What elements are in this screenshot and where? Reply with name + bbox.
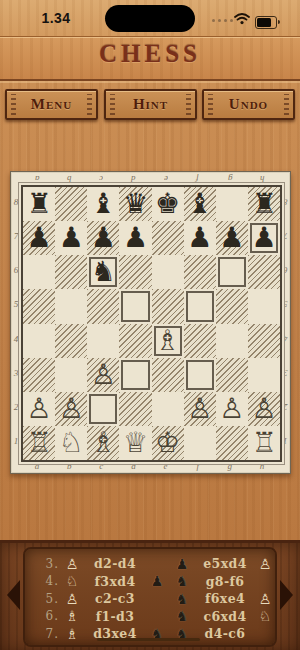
square-b6[interactable]: [55, 255, 87, 289]
square-g7[interactable]: ♟: [216, 221, 248, 255]
hint-button[interactable]: Hint: [104, 89, 197, 120]
square-d1[interactable]: ♕: [119, 426, 151, 460]
square-h2[interactable]: ♙: [248, 392, 280, 426]
move-list-panel: 3.♙d2-d4♟e5xd4♙4.♘f3xd4♟♞g8-f65.♙c2-c3♞f…: [23, 547, 277, 647]
white-move-piece-icon: ♗: [59, 609, 85, 623]
coord-label: 5: [11, 287, 21, 321]
square-d6[interactable]: [119, 255, 151, 289]
square-h6[interactable]: [248, 255, 280, 289]
rank-labels-left: 87654321: [11, 185, 21, 458]
square-f7[interactable]: ♟: [184, 221, 216, 255]
black-move-piece-icon: ♞: [169, 574, 195, 588]
square-b7[interactable]: ♟: [55, 221, 87, 255]
coord-label: a: [21, 173, 53, 185]
black-pawn-piece: ♟: [216, 221, 248, 255]
chess-app-screen: 1.34 CHESS Menu Hint Undo abcdefgh abcde…: [0, 0, 300, 650]
white-move-piece-icon: ♙: [59, 592, 85, 606]
black-rook-piece: ♜: [23, 187, 55, 221]
black-rook-piece: ♜: [248, 187, 280, 221]
coord-label: h: [246, 173, 278, 185]
app-title: CHESS: [0, 40, 300, 68]
white-move-text: c2-c3: [85, 591, 145, 606]
square-a4[interactable]: [23, 324, 55, 358]
white-bishop-piece: ♗: [152, 324, 184, 358]
black-move-piece-icon: ♟: [169, 557, 195, 571]
move-number: 3.: [25, 557, 59, 571]
white-queen-piece: ♕: [119, 426, 151, 460]
square-d2[interactable]: [119, 392, 151, 426]
black-pawn-piece: ♟: [23, 221, 55, 255]
move-number: 7.: [25, 627, 59, 641]
square-c1[interactable]: ♗: [87, 426, 119, 460]
white-pawn-piece: ♙: [216, 392, 248, 426]
square-b4[interactable]: [55, 324, 87, 358]
square-f1[interactable]: [184, 426, 216, 460]
move-list-scrollbar[interactable]: [97, 638, 200, 641]
square-e1[interactable]: ♔: [152, 426, 184, 460]
black-pawn-piece: ♟: [87, 221, 119, 255]
black-knight-piece: ♞: [87, 255, 119, 289]
coord-label: 7: [11, 219, 21, 253]
coord-label: g: [214, 173, 246, 185]
square-d8[interactable]: ♛: [119, 187, 151, 221]
square-g8[interactable]: [216, 187, 248, 221]
move-row-5[interactable]: 5.♙c2-c3♞f6xe4♙: [25, 590, 275, 608]
square-g2[interactable]: ♙: [216, 392, 248, 426]
move-row-6[interactable]: 6.♗f1-d3♞c6xd4♘: [25, 608, 275, 626]
square-b8[interactable]: [55, 187, 87, 221]
captured-by-black-icon: ♙: [255, 557, 275, 571]
move-number: 6.: [25, 609, 59, 623]
clock-time: 1.34: [34, 10, 78, 26]
captured-by-black-icon: ♘: [255, 609, 275, 623]
white-move-text: f1-d3: [85, 609, 145, 624]
move-row-3[interactable]: 3.♙d2-d4♟e5xd4♙: [25, 555, 275, 573]
square-a1[interactable]: ♖: [23, 426, 55, 460]
black-bishop-piece: ♝: [87, 187, 119, 221]
square-g1[interactable]: [216, 426, 248, 460]
black-pawn-piece: ♟: [184, 221, 216, 255]
square-d3[interactable]: [119, 358, 151, 392]
coord-label: 4: [11, 322, 21, 356]
coord-label: 6: [11, 253, 21, 287]
square-d7[interactable]: ♟: [119, 221, 151, 255]
square-g3[interactable]: [216, 358, 248, 392]
square-h1[interactable]: ♖: [248, 426, 280, 460]
square-h7[interactable]: ♟: [248, 221, 280, 255]
white-king-piece: ♔: [152, 426, 184, 460]
status-bar: 1.34: [0, 0, 300, 36]
white-move-piece-icon: ♗: [59, 627, 85, 641]
square-b1[interactable]: ♘: [55, 426, 87, 460]
white-move-piece-icon: ♙: [59, 557, 85, 571]
white-pawn-piece: ♙: [87, 358, 119, 392]
square-a3[interactable]: [23, 358, 55, 392]
square-e5[interactable]: [152, 289, 184, 323]
white-pawn-piece: ♙: [184, 392, 216, 426]
black-move-text: d4-c6: [195, 626, 255, 641]
square-h4[interactable]: [248, 324, 280, 358]
black-move-text: c6xd4: [195, 609, 255, 624]
black-move-text: g8-f6: [195, 574, 255, 589]
square-f8[interactable]: ♝: [184, 187, 216, 221]
black-king-piece: ♚: [152, 187, 184, 221]
cellular-signal-icon: [212, 19, 233, 22]
battery-icon: [255, 16, 277, 29]
square-d4[interactable]: [119, 324, 151, 358]
square-f4[interactable]: [184, 324, 216, 358]
square-c8[interactable]: ♝: [87, 187, 119, 221]
white-pawn-piece: ♙: [23, 392, 55, 426]
coord-label: 1: [11, 424, 21, 458]
coord-label: c: [85, 173, 117, 185]
black-pawn-piece: ♟: [55, 221, 87, 255]
coord-label: 3: [11, 356, 21, 390]
white-bishop-piece: ♗: [87, 426, 119, 460]
move-list-section: 3.♙d2-d4♟e5xd4♙4.♘f3xd4♟♞g8-f65.♙c2-c3♞f…: [0, 540, 300, 650]
menu-button[interactable]: Menu: [5, 89, 98, 120]
square-a8[interactable]: ♜: [23, 187, 55, 221]
square-c6[interactable]: ♞: [87, 255, 119, 289]
black-pawn-piece: ♟: [119, 221, 151, 255]
square-h5[interactable]: [248, 289, 280, 323]
square-b2[interactable]: ♙: [55, 392, 87, 426]
white-pawn-piece: ♙: [248, 392, 280, 426]
move-number: 4.: [25, 574, 59, 588]
notch: [105, 5, 195, 32]
square-c7[interactable]: ♟: [87, 221, 119, 255]
undo-button[interactable]: Undo: [202, 89, 295, 120]
move-row-4[interactable]: 4.♘f3xd4♟♞g8-f6: [25, 573, 275, 591]
square-e6[interactable]: [152, 255, 184, 289]
captured-by-black-icon: ♙: [255, 592, 275, 606]
square-f5[interactable]: [184, 289, 216, 323]
coord-label: d: [117, 173, 149, 185]
square-g5[interactable]: [216, 289, 248, 323]
coord-label: 2: [11, 390, 21, 424]
square-c5[interactable]: [87, 289, 119, 323]
black-queen-piece: ♛: [119, 187, 151, 221]
square-f6[interactable]: [184, 255, 216, 289]
white-move-piece-icon: ♘: [59, 574, 85, 588]
coord-label: f: [182, 173, 214, 185]
captured-by-white-icon: ♟: [145, 574, 169, 588]
chess-board: abcdefgh abcdefgh 87654321 87654321 ♜♝♛♚…: [10, 171, 291, 474]
board-grid: ♜♝♛♚♝♜♟♟♟♟♟♟♟♞♗♙♙♙♙♙♙♖♘♗♕♔♖: [21, 185, 282, 462]
square-a2[interactable]: ♙: [23, 392, 55, 426]
square-a5[interactable]: [23, 289, 55, 323]
coord-label: b: [53, 173, 85, 185]
white-move-text: d2-d4: [85, 556, 145, 571]
square-h8[interactable]: ♜: [248, 187, 280, 221]
black-pawn-piece: ♟: [248, 221, 280, 255]
square-e4[interactable]: ♗: [152, 324, 184, 358]
square-f2[interactable]: ♙: [184, 392, 216, 426]
coord-label: e: [150, 173, 182, 185]
square-d5[interactable]: [119, 289, 151, 323]
square-c4[interactable]: [87, 324, 119, 358]
move-number: 5.: [25, 592, 59, 606]
square-c3[interactable]: ♙: [87, 358, 119, 392]
square-h3[interactable]: [248, 358, 280, 392]
square-b3[interactable]: [55, 358, 87, 392]
white-rook-piece: ♖: [23, 426, 55, 460]
black-bishop-piece: ♝: [184, 187, 216, 221]
white-pawn-piece: ♙: [55, 392, 87, 426]
black-move-piece-icon: ♞: [169, 592, 195, 606]
file-labels-top: abcdefgh: [21, 173, 278, 185]
square-e2[interactable]: [152, 392, 184, 426]
square-g6[interactable]: [216, 255, 248, 289]
next-moves-arrow[interactable]: [280, 580, 293, 610]
previous-moves-arrow[interactable]: [7, 580, 20, 610]
square-b5[interactable]: [55, 289, 87, 323]
square-c2[interactable]: [87, 392, 119, 426]
square-a6[interactable]: [23, 255, 55, 289]
square-a7[interactable]: ♟: [23, 221, 55, 255]
coord-label: 8: [11, 185, 21, 219]
black-move-text: f6xe4: [195, 591, 255, 606]
white-knight-piece: ♘: [55, 426, 87, 460]
black-move-piece-icon: ♞: [169, 609, 195, 623]
square-e7[interactable]: [152, 221, 184, 255]
white-rook-piece: ♖: [248, 426, 280, 460]
black-move-text: e5xd4: [195, 556, 255, 571]
square-e3[interactable]: [152, 358, 184, 392]
square-e8[interactable]: ♚: [152, 187, 184, 221]
square-f3[interactable]: [184, 358, 216, 392]
white-move-text: f3xd4: [85, 574, 145, 589]
square-g4[interactable]: [216, 324, 248, 358]
wifi-icon: [234, 13, 250, 25]
